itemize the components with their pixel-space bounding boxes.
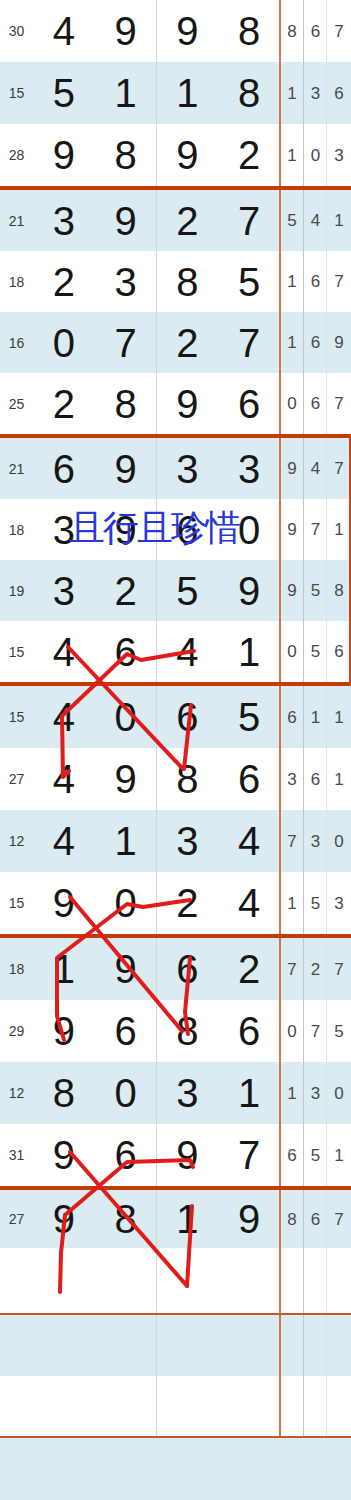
- draw-digit: 8: [157, 759, 219, 799]
- extra-digit: 7: [327, 273, 351, 290]
- draw-digit: 2: [218, 135, 280, 175]
- draw-digit: 9: [33, 135, 95, 175]
- extra-digit: 6: [304, 273, 327, 290]
- draw-digit: 1: [157, 73, 219, 113]
- sum-label: 27: [0, 1211, 33, 1227]
- group-separator-line: [0, 186, 351, 190]
- draw-digit: 2: [157, 883, 219, 923]
- draw-digit: 1: [157, 1199, 219, 1239]
- draw-digit: 9: [218, 1199, 280, 1239]
- extra-digit: 9: [327, 334, 351, 351]
- extra-digit: 7: [327, 395, 351, 412]
- draw-digit: 7: [218, 1135, 280, 1175]
- extra-digit: 6: [327, 85, 351, 102]
- draw-digit: 8: [95, 135, 157, 175]
- extra-digit: 6: [327, 643, 351, 660]
- draw-digit: 2: [33, 384, 95, 424]
- table-row: 128031130: [0, 1062, 351, 1124]
- draw-digit: 9: [95, 449, 157, 489]
- table-row: [0, 1315, 351, 1376]
- sum-label: 12: [0, 833, 33, 849]
- extra-digit: 3: [304, 833, 327, 850]
- sum-label: 18: [0, 961, 33, 977]
- draw-digit: 0: [95, 697, 157, 737]
- extra-column-divider-line-2: [326, 0, 327, 1438]
- draw-digit: 6: [218, 1011, 280, 1051]
- sum-section-divider-line: [279, 0, 281, 1438]
- extra-digit: 3: [304, 1085, 327, 1102]
- extra-digit: 5: [304, 643, 327, 660]
- draw-digit: 9: [95, 201, 157, 241]
- draw-digit: 3: [33, 571, 95, 611]
- draw-digit: 1: [33, 949, 95, 989]
- draw-digit: 8: [218, 11, 280, 51]
- table-row: 274986361: [0, 748, 351, 810]
- draw-digit: 0: [95, 883, 157, 923]
- sum-label: 16: [0, 335, 33, 351]
- extra-digit: 0: [280, 1023, 304, 1040]
- table-row: 289892103: [0, 124, 351, 186]
- extra-digit: 1: [280, 273, 304, 290]
- extra-digit: 1: [327, 1147, 351, 1164]
- draw-digit: 4: [33, 697, 95, 737]
- draw-digit: 4: [33, 759, 95, 799]
- draw-digit: 9: [33, 1135, 95, 1175]
- sum-label: 21: [0, 213, 33, 229]
- sum-label: 29: [0, 1023, 33, 1039]
- extra-column-divider-line: [303, 0, 304, 1438]
- draw-digit: 9: [95, 759, 157, 799]
- extra-digit: 6: [304, 395, 327, 412]
- draw-digit: 6: [218, 384, 280, 424]
- draw-digit: 6: [157, 949, 219, 989]
- extra-digit: 0: [304, 147, 327, 164]
- draw-digit: 1: [218, 632, 280, 672]
- extra-digit: 7: [304, 521, 327, 538]
- sum-label: 31: [0, 1147, 33, 1163]
- draw-digit: 5: [218, 262, 280, 302]
- draw-digit: 9: [33, 1199, 95, 1239]
- table-row: 213927541: [0, 190, 351, 251]
- extra-digit: 7: [327, 961, 351, 978]
- draw-digit: 6: [95, 632, 157, 672]
- draw-digit: 3: [33, 201, 95, 241]
- draw-digit: 5: [218, 697, 280, 737]
- extra-digit: 3: [280, 771, 304, 788]
- draw-digit: 4: [218, 883, 280, 923]
- sum-label: 12: [0, 1085, 33, 1101]
- group-separator-line: [0, 1186, 351, 1190]
- extra-digit: 5: [304, 1147, 327, 1164]
- draw-digit: 3: [157, 449, 219, 489]
- group-separator-line: [0, 434, 351, 438]
- draw-digit: 6: [95, 1011, 157, 1051]
- draw-digit: 9: [218, 571, 280, 611]
- draw-digit: 2: [157, 323, 219, 363]
- extra-digit: 7: [327, 460, 351, 477]
- sum-label: 18: [0, 522, 33, 538]
- extra-digit: 7: [304, 1023, 327, 1040]
- sum-label: 15: [0, 644, 33, 660]
- draw-digit: 9: [95, 11, 157, 51]
- draw-digit: 6: [33, 449, 95, 489]
- table-row: 182385167: [0, 251, 351, 312]
- draw-digit: 0: [95, 1073, 157, 1113]
- table-row: 216933947: [0, 438, 351, 499]
- extra-digit: 7: [327, 23, 351, 40]
- extra-digit: 0: [327, 833, 351, 850]
- thin-separator-line: [0, 1436, 351, 1438]
- table-row: 154641056: [0, 621, 351, 682]
- extra-digit: 6: [304, 334, 327, 351]
- table-row: 154065611: [0, 686, 351, 748]
- table-row: 279819867: [0, 1190, 351, 1248]
- draw-digit: 9: [95, 949, 157, 989]
- draw-digit: 8: [95, 384, 157, 424]
- draw-digit: 9: [33, 883, 95, 923]
- extra-digit: 5: [280, 212, 304, 229]
- extra-digit: 0: [280, 643, 304, 660]
- table-row: 252896067: [0, 373, 351, 434]
- extra-digit: 3: [304, 85, 327, 102]
- sum-label: 30: [0, 23, 33, 39]
- sum-label: 25: [0, 396, 33, 412]
- draw-digit: 4: [218, 821, 280, 861]
- draw-digit: 6: [157, 697, 219, 737]
- draw-digit: 8: [95, 1199, 157, 1239]
- extra-digit: 6: [304, 1211, 327, 1228]
- draw-digit: 2: [157, 201, 219, 241]
- sum-label: 15: [0, 709, 33, 725]
- extra-digit: 0: [327, 1085, 351, 1102]
- sum-label: 21: [0, 461, 33, 477]
- extra-digit: 8: [280, 23, 304, 40]
- lottery-trend-screen: 3049988671551181362898921032139275411823…: [0, 0, 351, 1500]
- draw-digit: 9: [157, 384, 219, 424]
- draw-digit: 2: [218, 949, 280, 989]
- thin-separator-line: [0, 1313, 351, 1315]
- draw-digit: 6: [95, 1135, 157, 1175]
- draw-digit: 9: [157, 1135, 219, 1175]
- draw-digit: 1: [95, 73, 157, 113]
- extra-digit: 7: [327, 1211, 351, 1228]
- draw-digit: 3: [218, 449, 280, 489]
- draw-digit: 9: [157, 135, 219, 175]
- draw-digit: 7: [218, 323, 280, 363]
- extra-digit: 8: [280, 1211, 304, 1228]
- extra-digit: 4: [304, 460, 327, 477]
- draw-digit: 5: [157, 571, 219, 611]
- extra-digit: 7: [280, 961, 304, 978]
- draw-digit: 4: [157, 632, 219, 672]
- draw-digit: 8: [157, 1011, 219, 1051]
- table-row: [0, 1376, 351, 1436]
- group-separator-line: [0, 682, 351, 686]
- watermark-text: 且行且珍惜: [69, 509, 239, 547]
- draw-digit: 7: [218, 201, 280, 241]
- table-row: 299686075: [0, 1000, 351, 1062]
- extra-digit: 2: [304, 961, 327, 978]
- table-row: [0, 1438, 351, 1500]
- draw-digit: 6: [218, 759, 280, 799]
- table-row: 181962727: [0, 938, 351, 1000]
- extra-digit: 1: [304, 709, 327, 726]
- table-row: 319697651: [0, 1124, 351, 1186]
- extra-digit: 1: [280, 147, 304, 164]
- draw-digit: 3: [157, 1073, 219, 1113]
- extra-digit: 1: [280, 1085, 304, 1102]
- table-row: [0, 1248, 351, 1313]
- group-separator-line: [0, 934, 351, 938]
- draw-digit: 8: [157, 262, 219, 302]
- trend-table: 3049988671551181362898921032139275411823…: [0, 0, 351, 1500]
- draw-digit: 2: [33, 262, 95, 302]
- draw-digit: 4: [33, 821, 95, 861]
- draw-digit: 8: [218, 73, 280, 113]
- table-row: 155118136: [0, 62, 351, 124]
- draw-digit: 3: [95, 262, 157, 302]
- extra-digit: 9: [280, 521, 304, 538]
- extra-digit: 1: [280, 85, 304, 102]
- extra-digit: 6: [280, 1147, 304, 1164]
- draw-digit: 1: [218, 1073, 280, 1113]
- column-divider-line: [156, 0, 157, 1438]
- extra-digit: 6: [304, 23, 327, 40]
- extra-digit: 3: [327, 895, 351, 912]
- table-row: 124134730: [0, 810, 351, 872]
- draw-digit: 3: [157, 821, 219, 861]
- draw-digit: 4: [33, 632, 95, 672]
- extra-digit: 7: [280, 833, 304, 850]
- table-row: 304998867: [0, 0, 351, 62]
- table-row: 159024153: [0, 872, 351, 934]
- sum-label: 15: [0, 895, 33, 911]
- extra-digit: 9: [280, 460, 304, 477]
- sum-label: 19: [0, 583, 33, 599]
- extra-digit: 0: [280, 395, 304, 412]
- draw-digit: 0: [33, 323, 95, 363]
- draw-digit: 9: [157, 11, 219, 51]
- draw-digit: 8: [33, 1073, 95, 1113]
- sum-label: 18: [0, 274, 33, 290]
- extra-digit: 1: [280, 895, 304, 912]
- extra-digit: 1: [327, 521, 351, 538]
- extra-digit: 3: [327, 147, 351, 164]
- extra-digit: 5: [304, 582, 327, 599]
- draw-digit: 7: [95, 323, 157, 363]
- extra-digit: 5: [327, 1023, 351, 1040]
- draw-digit: 2: [95, 571, 157, 611]
- draw-digit: 9: [33, 1011, 95, 1051]
- table-row: 193259958: [0, 560, 351, 621]
- table-row: 160727169: [0, 312, 351, 373]
- extra-digit: 5: [304, 895, 327, 912]
- sum-label: 15: [0, 85, 33, 101]
- extra-digit: 8: [327, 582, 351, 599]
- extra-digit: 1: [327, 212, 351, 229]
- extra-digit: 1: [280, 334, 304, 351]
- extra-digit: 1: [327, 709, 351, 726]
- draw-digit: 5: [33, 73, 95, 113]
- extra-digit: 6: [280, 709, 304, 726]
- extra-digit: 4: [304, 212, 327, 229]
- extra-digit: 6: [304, 771, 327, 788]
- sum-label: 27: [0, 771, 33, 787]
- extra-digit: 9: [280, 582, 304, 599]
- extra-digit: 1: [327, 771, 351, 788]
- sum-label: 28: [0, 147, 33, 163]
- draw-digit: 1: [95, 821, 157, 861]
- draw-digit: 4: [33, 11, 95, 51]
